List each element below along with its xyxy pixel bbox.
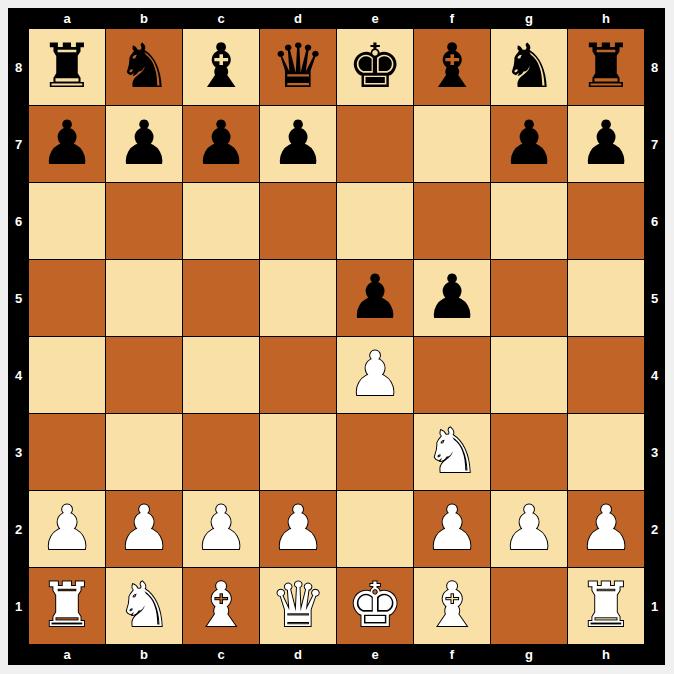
square-e5[interactable]: ♟ — [337, 260, 413, 336]
square-g6[interactable] — [491, 183, 567, 259]
square-h8[interactable]: ♜ — [568, 29, 644, 105]
file-label-c: c — [183, 644, 259, 665]
rank-label-4: 4 — [8, 337, 29, 413]
rank-label-8: 8 — [644, 29, 665, 105]
white-pawn[interactable]: ♟ — [29, 491, 105, 567]
file-label-c: c — [183, 8, 259, 29]
black-pawn[interactable]: ♟ — [29, 106, 105, 182]
rank-labels-right: 87654321 — [644, 29, 665, 644]
square-g8[interactable]: ♞ — [491, 29, 567, 105]
square-g5[interactable] — [491, 260, 567, 336]
file-labels-top: abcdefgh — [29, 8, 644, 29]
white-pawn[interactable]: ♟ — [260, 491, 336, 567]
square-h6[interactable] — [568, 183, 644, 259]
black-bishop[interactable]: ♝ — [414, 29, 490, 105]
board-frame: abcdefgh 87654321 ♜♞♝♛♚♝♞♜♟♟♟♟♟♟♟♟♟♞♟♟♟♟… — [8, 8, 665, 665]
square-h3[interactable] — [568, 414, 644, 490]
file-label-a: a — [29, 8, 105, 29]
square-e4[interactable]: ♟ — [337, 337, 413, 413]
file-label-d: d — [260, 644, 336, 665]
rank-label-8: 8 — [8, 29, 29, 105]
black-pawn[interactable]: ♟ — [337, 260, 413, 336]
rank-labels-left: 87654321 — [8, 29, 29, 644]
frame-corner-bottom-left — [8, 644, 29, 665]
square-b6[interactable] — [106, 183, 182, 259]
file-label-f: f — [414, 644, 490, 665]
file-label-f: f — [414, 8, 490, 29]
white-pawn[interactable]: ♟ — [568, 491, 644, 567]
square-f1[interactable]: ♝ — [414, 568, 490, 644]
black-pawn[interactable]: ♟ — [183, 106, 259, 182]
black-pawn[interactable]: ♟ — [106, 106, 182, 182]
square-d8[interactable]: ♛ — [260, 29, 336, 105]
black-queen[interactable]: ♛ — [260, 29, 336, 105]
square-a2[interactable]: ♟ — [29, 491, 105, 567]
square-c6[interactable] — [183, 183, 259, 259]
square-d2[interactable]: ♟ — [260, 491, 336, 567]
page-background: abcdefgh 87654321 ♜♞♝♛♚♝♞♜♟♟♟♟♟♟♟♟♟♞♟♟♟♟… — [0, 0, 674, 674]
white-pawn[interactable]: ♟ — [183, 491, 259, 567]
rank-label-5: 5 — [8, 260, 29, 336]
square-e6[interactable] — [337, 183, 413, 259]
rank-label-1: 1 — [8, 568, 29, 644]
square-g2[interactable]: ♟ — [491, 491, 567, 567]
rank-label-7: 7 — [8, 106, 29, 182]
file-label-e: e — [337, 644, 413, 665]
file-label-h: h — [568, 8, 644, 29]
square-c1[interactable]: ♝ — [183, 568, 259, 644]
rank-label-3: 3 — [644, 414, 665, 490]
white-bishop[interactable]: ♝ — [414, 568, 490, 644]
white-pawn[interactable]: ♟ — [337, 337, 413, 413]
square-d1[interactable]: ♛ — [260, 568, 336, 644]
black-knight[interactable]: ♞ — [106, 29, 182, 105]
square-c4[interactable] — [183, 337, 259, 413]
file-label-a: a — [29, 644, 105, 665]
white-pawn[interactable]: ♟ — [106, 491, 182, 567]
square-c7[interactable]: ♟ — [183, 106, 259, 182]
white-pawn[interactable]: ♟ — [414, 491, 490, 567]
square-g7[interactable]: ♟ — [491, 106, 567, 182]
rank-label-2: 2 — [644, 491, 665, 567]
square-c8[interactable]: ♝ — [183, 29, 259, 105]
rank-label-6: 6 — [644, 183, 665, 259]
square-f6[interactable] — [414, 183, 490, 259]
square-f4[interactable] — [414, 337, 490, 413]
rank-label-1: 1 — [644, 568, 665, 644]
square-d3[interactable] — [260, 414, 336, 490]
square-h4[interactable] — [568, 337, 644, 413]
frame-corner-top-left — [8, 8, 29, 29]
square-b5[interactable] — [106, 260, 182, 336]
white-king[interactable]: ♚ — [337, 568, 413, 644]
rank-label-6: 6 — [8, 183, 29, 259]
square-f3[interactable]: ♞ — [414, 414, 490, 490]
black-king[interactable]: ♚ — [337, 29, 413, 105]
file-label-h: h — [568, 644, 644, 665]
white-queen[interactable]: ♛ — [260, 568, 336, 644]
square-e2[interactable] — [337, 491, 413, 567]
square-c2[interactable]: ♟ — [183, 491, 259, 567]
square-e1[interactable]: ♚ — [337, 568, 413, 644]
black-bishop[interactable]: ♝ — [183, 29, 259, 105]
black-pawn[interactable]: ♟ — [568, 106, 644, 182]
square-a1[interactable]: ♜ — [29, 568, 105, 644]
file-labels-bottom: abcdefgh — [29, 644, 644, 665]
rank-label-3: 3 — [8, 414, 29, 490]
square-d4[interactable] — [260, 337, 336, 413]
square-a6[interactable] — [29, 183, 105, 259]
square-d5[interactable] — [260, 260, 336, 336]
file-label-g: g — [491, 644, 567, 665]
rank-label-7: 7 — [644, 106, 665, 182]
frame-corner-top-right — [644, 8, 665, 29]
file-label-b: b — [106, 8, 182, 29]
black-pawn[interactable]: ♟ — [491, 106, 567, 182]
square-h1[interactable]: ♜ — [568, 568, 644, 644]
file-label-g: g — [491, 8, 567, 29]
white-bishop[interactable]: ♝ — [183, 568, 259, 644]
square-a3[interactable] — [29, 414, 105, 490]
square-f2[interactable]: ♟ — [414, 491, 490, 567]
square-f8[interactable]: ♝ — [414, 29, 490, 105]
square-e3[interactable] — [337, 414, 413, 490]
white-rook[interactable]: ♜ — [568, 568, 644, 644]
square-f7[interactable] — [414, 106, 490, 182]
square-d7[interactable]: ♟ — [260, 106, 336, 182]
square-a5[interactable] — [29, 260, 105, 336]
square-c5[interactable] — [183, 260, 259, 336]
square-e8[interactable]: ♚ — [337, 29, 413, 105]
black-pawn[interactable]: ♟ — [260, 106, 336, 182]
rank-label-5: 5 — [644, 260, 665, 336]
square-h2[interactable]: ♟ — [568, 491, 644, 567]
square-a8[interactable]: ♜ — [29, 29, 105, 105]
white-knight[interactable]: ♞ — [414, 414, 490, 490]
square-e7[interactable] — [337, 106, 413, 182]
chess-board: ♜♞♝♛♚♝♞♜♟♟♟♟♟♟♟♟♟♞♟♟♟♟♟♟♟♜♞♝♛♚♝♜ — [29, 29, 644, 644]
square-a7[interactable]: ♟ — [29, 106, 105, 182]
square-f5[interactable]: ♟ — [414, 260, 490, 336]
black-rook[interactable]: ♜ — [29, 29, 105, 105]
white-pawn[interactable]: ♟ — [491, 491, 567, 567]
square-b8[interactable]: ♞ — [106, 29, 182, 105]
square-g3[interactable] — [491, 414, 567, 490]
square-a4[interactable] — [29, 337, 105, 413]
black-pawn[interactable]: ♟ — [414, 260, 490, 336]
square-b3[interactable] — [106, 414, 182, 490]
square-d6[interactable] — [260, 183, 336, 259]
file-label-b: b — [106, 644, 182, 665]
square-g4[interactable] — [491, 337, 567, 413]
file-label-d: d — [260, 8, 336, 29]
white-rook[interactable]: ♜ — [29, 568, 105, 644]
square-h7[interactable]: ♟ — [568, 106, 644, 182]
frame-corner-bottom-right — [644, 644, 665, 665]
black-rook[interactable]: ♜ — [568, 29, 644, 105]
square-g1[interactable] — [491, 568, 567, 644]
rank-label-2: 2 — [8, 491, 29, 567]
square-b7[interactable]: ♟ — [106, 106, 182, 182]
black-knight[interactable]: ♞ — [491, 29, 567, 105]
square-h5[interactable] — [568, 260, 644, 336]
white-knight[interactable]: ♞ — [106, 568, 182, 644]
square-c3[interactable] — [183, 414, 259, 490]
square-b1[interactable]: ♞ — [106, 568, 182, 644]
square-b2[interactable]: ♟ — [106, 491, 182, 567]
file-label-e: e — [337, 8, 413, 29]
square-b4[interactable] — [106, 337, 182, 413]
rank-label-4: 4 — [644, 337, 665, 413]
